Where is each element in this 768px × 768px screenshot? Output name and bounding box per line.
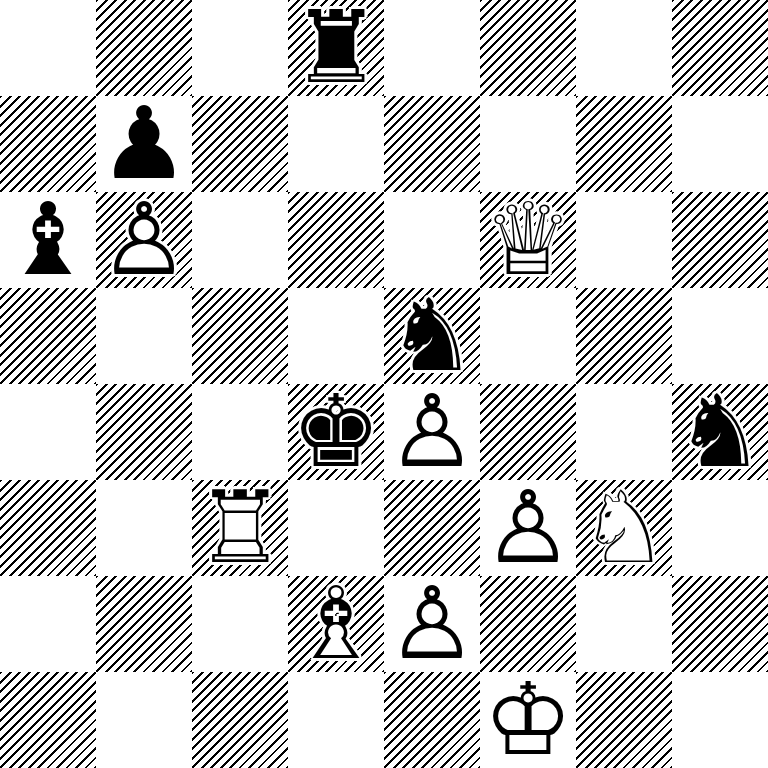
square-g6[interactable] bbox=[576, 192, 672, 288]
square-e5[interactable]: ♞ bbox=[384, 288, 480, 384]
square-h8[interactable] bbox=[672, 0, 768, 96]
black-knight-e5: ♞ bbox=[384, 288, 480, 384]
white-pawn-icon: ♟ bbox=[384, 384, 480, 480]
square-h1[interactable] bbox=[672, 672, 768, 768]
square-e4[interactable]: ♟♙ bbox=[384, 384, 480, 480]
square-d7[interactable] bbox=[288, 96, 384, 192]
square-f5[interactable] bbox=[480, 288, 576, 384]
square-b6[interactable]: ♟♙ bbox=[96, 192, 192, 288]
square-e3[interactable] bbox=[384, 480, 480, 576]
white-knight-outline-icon: ♘ bbox=[576, 480, 672, 576]
square-g3[interactable]: ♞♘ bbox=[576, 480, 672, 576]
square-e8[interactable] bbox=[384, 0, 480, 96]
square-a2[interactable] bbox=[0, 576, 96, 672]
chess-board: ♜♟♝♟♙♛♕♞♚♟♙♞♜♖♟♙♞♘♝♗♟♙♚♔ bbox=[0, 0, 768, 768]
black-king-icon: ♚ bbox=[288, 384, 384, 480]
square-g5[interactable] bbox=[576, 288, 672, 384]
square-a1[interactable] bbox=[0, 672, 96, 768]
white-king-outline-icon: ♔ bbox=[480, 672, 576, 768]
white-pawn-outline-icon: ♙ bbox=[384, 384, 480, 480]
square-f4[interactable] bbox=[480, 384, 576, 480]
black-pawn-b7: ♟ bbox=[96, 96, 192, 192]
white-bishop-outline-icon: ♗ bbox=[288, 576, 384, 672]
white-knight-g3: ♞♘ bbox=[576, 480, 672, 576]
white-pawn-outline-icon: ♙ bbox=[480, 480, 576, 576]
square-a3[interactable] bbox=[0, 480, 96, 576]
white-king-icon: ♚ bbox=[480, 672, 576, 768]
white-pawn-outline-icon: ♙ bbox=[384, 576, 480, 672]
square-f3[interactable]: ♟♙ bbox=[480, 480, 576, 576]
square-e2[interactable]: ♟♙ bbox=[384, 576, 480, 672]
white-bishop-icon: ♝ bbox=[288, 576, 384, 672]
square-c1[interactable] bbox=[192, 672, 288, 768]
square-h2[interactable] bbox=[672, 576, 768, 672]
square-b1[interactable] bbox=[96, 672, 192, 768]
square-c7[interactable] bbox=[192, 96, 288, 192]
square-b2[interactable] bbox=[96, 576, 192, 672]
square-f1[interactable]: ♚♔ bbox=[480, 672, 576, 768]
square-e1[interactable] bbox=[384, 672, 480, 768]
square-h4[interactable]: ♞ bbox=[672, 384, 768, 480]
square-d3[interactable] bbox=[288, 480, 384, 576]
white-queen-f6: ♛♕ bbox=[480, 192, 576, 288]
square-h5[interactable] bbox=[672, 288, 768, 384]
square-a8[interactable] bbox=[0, 0, 96, 96]
white-queen-icon: ♛ bbox=[480, 192, 576, 288]
white-rook-icon: ♜ bbox=[192, 480, 288, 576]
square-b5[interactable] bbox=[96, 288, 192, 384]
square-g2[interactable] bbox=[576, 576, 672, 672]
square-c4[interactable] bbox=[192, 384, 288, 480]
square-f8[interactable] bbox=[480, 0, 576, 96]
square-d4[interactable]: ♚ bbox=[288, 384, 384, 480]
white-queen-outline-icon: ♕ bbox=[480, 192, 576, 288]
square-b3[interactable] bbox=[96, 480, 192, 576]
square-f2[interactable] bbox=[480, 576, 576, 672]
square-g4[interactable] bbox=[576, 384, 672, 480]
square-c6[interactable] bbox=[192, 192, 288, 288]
square-g7[interactable] bbox=[576, 96, 672, 192]
square-e7[interactable] bbox=[384, 96, 480, 192]
square-h6[interactable] bbox=[672, 192, 768, 288]
white-rook-outline-icon: ♖ bbox=[192, 480, 288, 576]
white-pawn-outline-icon: ♙ bbox=[96, 192, 192, 288]
square-b8[interactable] bbox=[96, 0, 192, 96]
square-a4[interactable] bbox=[0, 384, 96, 480]
square-e6[interactable] bbox=[384, 192, 480, 288]
square-d5[interactable] bbox=[288, 288, 384, 384]
square-d2[interactable]: ♝♗ bbox=[288, 576, 384, 672]
white-pawn-e4: ♟♙ bbox=[384, 384, 480, 480]
square-f7[interactable] bbox=[480, 96, 576, 192]
white-pawn-e2: ♟♙ bbox=[384, 576, 480, 672]
black-knight-icon: ♞ bbox=[384, 288, 480, 384]
white-pawn-icon: ♟ bbox=[384, 576, 480, 672]
black-pawn-icon: ♟ bbox=[96, 96, 192, 192]
square-c2[interactable] bbox=[192, 576, 288, 672]
white-bishop-d2: ♝♗ bbox=[288, 576, 384, 672]
white-pawn-f3: ♟♙ bbox=[480, 480, 576, 576]
square-f6[interactable]: ♛♕ bbox=[480, 192, 576, 288]
square-g1[interactable] bbox=[576, 672, 672, 768]
square-c3[interactable]: ♜♖ bbox=[192, 480, 288, 576]
square-a5[interactable] bbox=[0, 288, 96, 384]
square-h7[interactable] bbox=[672, 96, 768, 192]
square-h3[interactable] bbox=[672, 480, 768, 576]
black-king-d4: ♚ bbox=[288, 384, 384, 480]
white-pawn-icon: ♟ bbox=[96, 192, 192, 288]
square-c8[interactable] bbox=[192, 0, 288, 96]
black-rook-d8: ♜ bbox=[288, 0, 384, 96]
white-pawn-icon: ♟ bbox=[480, 480, 576, 576]
square-g8[interactable] bbox=[576, 0, 672, 96]
white-rook-c3: ♜♖ bbox=[192, 480, 288, 576]
square-d6[interactable] bbox=[288, 192, 384, 288]
black-bishop-icon: ♝ bbox=[0, 192, 96, 288]
white-king-f1: ♚♔ bbox=[480, 672, 576, 768]
square-a6[interactable]: ♝ bbox=[0, 192, 96, 288]
white-knight-icon: ♞ bbox=[576, 480, 672, 576]
square-d8[interactable]: ♜ bbox=[288, 0, 384, 96]
square-a7[interactable] bbox=[0, 96, 96, 192]
black-knight-icon: ♞ bbox=[672, 384, 768, 480]
square-b7[interactable]: ♟ bbox=[96, 96, 192, 192]
square-b4[interactable] bbox=[96, 384, 192, 480]
white-pawn-b6: ♟♙ bbox=[96, 192, 192, 288]
square-c5[interactable] bbox=[192, 288, 288, 384]
black-knight-h4: ♞ bbox=[672, 384, 768, 480]
black-bishop-a6: ♝ bbox=[0, 192, 96, 288]
black-rook-icon: ♜ bbox=[288, 0, 384, 96]
square-d1[interactable] bbox=[288, 672, 384, 768]
